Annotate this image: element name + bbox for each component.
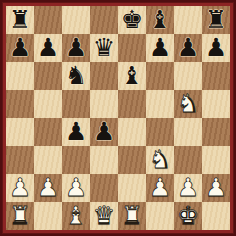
square-f2[interactable]: ♟ — [146, 174, 174, 202]
square-d6[interactable] — [90, 62, 118, 90]
piece-white-pawn: ♟ — [177, 175, 199, 200]
square-a5[interactable] — [6, 90, 34, 118]
square-b6[interactable] — [34, 62, 62, 90]
square-b1[interactable] — [34, 202, 62, 230]
square-c5[interactable] — [62, 90, 90, 118]
square-g6[interactable] — [174, 62, 202, 90]
square-e4[interactable] — [118, 118, 146, 146]
square-e8[interactable]: ♚ — [118, 6, 146, 34]
piece-white-knight: ♞ — [149, 147, 171, 172]
square-b7[interactable]: ♟ — [34, 34, 62, 62]
square-e2[interactable] — [118, 174, 146, 202]
square-h8[interactable]: ♜ — [202, 6, 230, 34]
piece-black-pawn: ♟ — [65, 35, 87, 60]
piece-black-king: ♚ — [121, 7, 143, 32]
square-e3[interactable] — [118, 146, 146, 174]
square-d2[interactable] — [90, 174, 118, 202]
square-g2[interactable]: ♟ — [174, 174, 202, 202]
square-h2[interactable]: ♟ — [202, 174, 230, 202]
piece-black-rook: ♜ — [9, 7, 31, 32]
piece-white-pawn: ♟ — [205, 175, 227, 200]
square-f1[interactable] — [146, 202, 174, 230]
square-c6[interactable]: ♞ — [62, 62, 90, 90]
piece-black-pawn: ♟ — [177, 35, 199, 60]
square-e5[interactable] — [118, 90, 146, 118]
square-h1[interactable] — [202, 202, 230, 230]
piece-white-bishop: ♝ — [65, 203, 87, 228]
square-e1[interactable]: ♜ — [118, 202, 146, 230]
square-a7[interactable]: ♟ — [6, 34, 34, 62]
square-c4[interactable]: ♟ — [62, 118, 90, 146]
square-a3[interactable] — [6, 146, 34, 174]
square-a1[interactable]: ♜ — [6, 202, 34, 230]
square-d3[interactable] — [90, 146, 118, 174]
square-g7[interactable]: ♟ — [174, 34, 202, 62]
square-a4[interactable] — [6, 118, 34, 146]
square-g5[interactable]: ♞ — [174, 90, 202, 118]
piece-black-pawn: ♟ — [205, 35, 227, 60]
square-h7[interactable]: ♟ — [202, 34, 230, 62]
square-c3[interactable] — [62, 146, 90, 174]
square-c1[interactable]: ♝ — [62, 202, 90, 230]
square-c2[interactable]: ♟ — [62, 174, 90, 202]
square-f4[interactable] — [146, 118, 174, 146]
piece-black-bishop: ♝ — [121, 63, 143, 88]
square-f5[interactable] — [146, 90, 174, 118]
piece-black-bishop: ♝ — [149, 7, 171, 32]
square-f3[interactable]: ♞ — [146, 146, 174, 174]
square-b4[interactable] — [34, 118, 62, 146]
piece-black-rook: ♜ — [205, 7, 227, 32]
piece-white-pawn: ♟ — [65, 175, 87, 200]
piece-black-queen: ♛ — [93, 35, 115, 60]
square-h5[interactable] — [202, 90, 230, 118]
square-c7[interactable]: ♟ — [62, 34, 90, 62]
square-d7[interactable]: ♛ — [90, 34, 118, 62]
piece-black-pawn: ♟ — [93, 119, 115, 144]
square-a2[interactable]: ♟ — [6, 174, 34, 202]
square-f7[interactable]: ♟ — [146, 34, 174, 62]
square-h4[interactable] — [202, 118, 230, 146]
piece-black-pawn: ♟ — [9, 35, 31, 60]
piece-white-queen: ♛ — [93, 203, 115, 228]
square-f6[interactable] — [146, 62, 174, 90]
piece-white-rook: ♜ — [9, 203, 31, 228]
chess-board-frame: ♜♚♝♜♟♟♟♛♟♟♟♞♝♞♟♟♞♟♟♟♟♟♟♜♝♛♜♚ — [0, 0, 236, 236]
square-d4[interactable]: ♟ — [90, 118, 118, 146]
square-a6[interactable] — [6, 62, 34, 90]
square-h3[interactable] — [202, 146, 230, 174]
piece-black-knight: ♞ — [65, 63, 87, 88]
square-a8[interactable]: ♜ — [6, 6, 34, 34]
square-d1[interactable]: ♛ — [90, 202, 118, 230]
square-b8[interactable] — [34, 6, 62, 34]
square-b3[interactable] — [34, 146, 62, 174]
square-g3[interactable] — [174, 146, 202, 174]
square-e7[interactable] — [118, 34, 146, 62]
piece-white-pawn: ♟ — [37, 175, 59, 200]
piece-black-pawn: ♟ — [37, 35, 59, 60]
square-c8[interactable] — [62, 6, 90, 34]
chess-board: ♜♚♝♜♟♟♟♛♟♟♟♞♝♞♟♟♞♟♟♟♟♟♟♜♝♛♜♚ — [6, 6, 230, 230]
square-e6[interactable]: ♝ — [118, 62, 146, 90]
piece-white-pawn: ♟ — [9, 175, 31, 200]
square-g1[interactable]: ♚ — [174, 202, 202, 230]
piece-black-pawn: ♟ — [149, 35, 171, 60]
piece-white-rook: ♜ — [121, 203, 143, 228]
square-b5[interactable] — [34, 90, 62, 118]
square-b2[interactable]: ♟ — [34, 174, 62, 202]
piece-white-knight: ♞ — [177, 91, 199, 116]
square-h6[interactable] — [202, 62, 230, 90]
square-f8[interactable]: ♝ — [146, 6, 174, 34]
square-g8[interactable] — [174, 6, 202, 34]
piece-black-pawn: ♟ — [65, 119, 87, 144]
square-d8[interactable] — [90, 6, 118, 34]
square-d5[interactable] — [90, 90, 118, 118]
piece-white-pawn: ♟ — [149, 175, 171, 200]
square-g4[interactable] — [174, 118, 202, 146]
piece-white-king: ♚ — [177, 203, 199, 228]
